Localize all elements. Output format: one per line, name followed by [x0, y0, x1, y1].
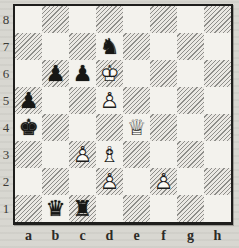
square-h1 [204, 195, 231, 222]
rank-label-1: 1 [0, 195, 12, 222]
black-piece-glyph: ♛ [42, 195, 69, 222]
black-piece-glyph: ♟ [69, 60, 96, 87]
square-b1: ♛ [42, 195, 69, 222]
piece-bP-a5: ♟ [15, 87, 42, 114]
square-c6: ♟ [69, 60, 96, 87]
square-f5 [150, 87, 177, 114]
square-d4 [96, 114, 123, 141]
black-piece-glyph: ♟ [15, 87, 42, 114]
chess-board: ♞♟♟♚♔♟♟♙♚♛♕♟♙♝♗♟♙♟♙♛♜ [13, 4, 233, 225]
square-d5: ♟♙ [96, 87, 123, 114]
square-g5 [177, 87, 204, 114]
white-piece-outline: ♕ [123, 114, 150, 141]
square-g6 [177, 60, 204, 87]
square-h5 [204, 87, 231, 114]
square-d2: ♟♙ [96, 168, 123, 195]
file-label-c: c [69, 226, 96, 246]
white-piece-outline: ♙ [150, 168, 177, 195]
file-label-d: d [96, 226, 123, 246]
square-b2 [42, 168, 69, 195]
square-h7 [204, 33, 231, 60]
black-piece-glyph: ♚ [15, 114, 42, 141]
rank-label-7: 7 [0, 33, 12, 60]
square-c7 [69, 33, 96, 60]
square-d8 [96, 6, 123, 33]
square-a8 [15, 6, 42, 33]
square-b4 [42, 114, 69, 141]
piece-bN-d7: ♞ [96, 33, 123, 60]
square-g8 [177, 6, 204, 33]
piece-wP-d5: ♟♙ [96, 87, 123, 114]
square-e4: ♛♕ [123, 114, 150, 141]
square-g4 [177, 114, 204, 141]
rank-label-8: 8 [0, 6, 12, 33]
rank-label-5: 5 [0, 87, 12, 114]
book-page: 87654321 ♞♟♟♚♔♟♟♙♚♛♕♟♙♝♗♟♙♟♙♛♜ abcdefgh [0, 0, 239, 248]
square-a7 [15, 33, 42, 60]
piece-wB-d3: ♝♗ [96, 141, 123, 168]
square-b8 [42, 6, 69, 33]
square-e3 [123, 141, 150, 168]
square-g2 [177, 168, 204, 195]
white-piece-outline: ♔ [96, 60, 123, 87]
square-f7 [150, 33, 177, 60]
square-a3 [15, 141, 42, 168]
square-f4 [150, 114, 177, 141]
file-label-f: f [150, 226, 177, 246]
rank-label-3: 3 [0, 141, 12, 168]
square-h3 [204, 141, 231, 168]
piece-bP-c6: ♟ [69, 60, 96, 87]
square-d1 [96, 195, 123, 222]
square-c5 [69, 87, 96, 114]
square-a6 [15, 60, 42, 87]
square-g3 [177, 141, 204, 168]
piece-bK-a4: ♚ [15, 114, 42, 141]
white-piece-outline: ♙ [96, 87, 123, 114]
file-label-b: b [42, 226, 69, 246]
white-piece-outline: ♙ [69, 141, 96, 168]
square-c8 [69, 6, 96, 33]
file-labels: abcdefgh [15, 226, 231, 246]
file-label-a: a [15, 226, 42, 246]
file-label-e: e [123, 226, 150, 246]
square-e6 [123, 60, 150, 87]
square-h2 [204, 168, 231, 195]
file-label-g: g [177, 226, 204, 246]
black-piece-glyph: ♜ [69, 195, 96, 222]
square-f1 [150, 195, 177, 222]
square-h8 [204, 6, 231, 33]
square-e8 [123, 6, 150, 33]
white-piece-outline: ♗ [96, 141, 123, 168]
rank-labels: 87654321 [0, 6, 12, 222]
black-piece-glyph: ♟ [42, 60, 69, 87]
square-g1 [177, 195, 204, 222]
square-f3 [150, 141, 177, 168]
square-d7: ♞ [96, 33, 123, 60]
piece-wK-d6: ♚♔ [96, 60, 123, 87]
square-b5 [42, 87, 69, 114]
square-c3: ♟♙ [69, 141, 96, 168]
square-h6 [204, 60, 231, 87]
piece-bR-c1: ♜ [69, 195, 96, 222]
black-piece-glyph: ♞ [96, 33, 123, 60]
square-b6: ♟ [42, 60, 69, 87]
square-d3: ♝♗ [96, 141, 123, 168]
rank-label-6: 6 [0, 60, 12, 87]
square-e5 [123, 87, 150, 114]
square-a5: ♟ [15, 87, 42, 114]
square-c4 [69, 114, 96, 141]
square-e2 [123, 168, 150, 195]
piece-bP-b6: ♟ [42, 60, 69, 87]
square-e7 [123, 33, 150, 60]
square-g7 [177, 33, 204, 60]
piece-wQ-e4: ♛♕ [123, 114, 150, 141]
file-label-h: h [204, 226, 231, 246]
square-c2 [69, 168, 96, 195]
square-a4: ♚ [15, 114, 42, 141]
square-f6 [150, 60, 177, 87]
rank-label-4: 4 [0, 114, 12, 141]
white-piece-outline: ♙ [96, 168, 123, 195]
square-f2: ♟♙ [150, 168, 177, 195]
square-b3 [42, 141, 69, 168]
square-c1: ♜ [69, 195, 96, 222]
piece-wP-c3: ♟♙ [69, 141, 96, 168]
square-e1 [123, 195, 150, 222]
piece-wP-d2: ♟♙ [96, 168, 123, 195]
square-a1 [15, 195, 42, 222]
square-h4 [204, 114, 231, 141]
rank-label-2: 2 [0, 168, 12, 195]
square-f8 [150, 6, 177, 33]
piece-wP-f2: ♟♙ [150, 168, 177, 195]
piece-bQ-b1: ♛ [42, 195, 69, 222]
square-a2 [15, 168, 42, 195]
square-b7 [42, 33, 69, 60]
square-d6: ♚♔ [96, 60, 123, 87]
